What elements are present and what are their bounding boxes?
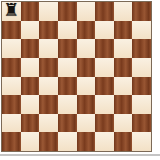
square-a1[interactable]	[2, 132, 21, 151]
square-d2[interactable]	[58, 114, 77, 133]
square-g6[interactable]	[114, 39, 133, 58]
square-a2[interactable]	[2, 114, 21, 133]
square-c4[interactable]	[39, 77, 58, 96]
square-f7[interactable]	[95, 21, 114, 40]
square-b8[interactable]	[21, 2, 40, 21]
square-f3[interactable]	[95, 95, 114, 114]
square-e8[interactable]	[77, 2, 96, 21]
square-h8[interactable]	[132, 2, 151, 21]
square-e5[interactable]	[77, 58, 96, 77]
square-g3[interactable]	[114, 95, 133, 114]
square-f1[interactable]	[95, 132, 114, 151]
square-h2[interactable]	[132, 114, 151, 133]
square-f8[interactable]	[95, 2, 114, 21]
chess-board: ♜	[1, 1, 152, 152]
bottom-divider-line	[0, 154, 160, 156]
square-b6[interactable]	[21, 39, 40, 58]
square-d8[interactable]	[58, 2, 77, 21]
square-h7[interactable]	[132, 21, 151, 40]
square-a3[interactable]	[2, 95, 21, 114]
square-b5[interactable]	[21, 58, 40, 77]
square-d7[interactable]	[58, 21, 77, 40]
square-c6[interactable]	[39, 39, 58, 58]
black-rook[interactable]: ♜	[3, 2, 19, 19]
square-f4[interactable]	[95, 77, 114, 96]
square-h5[interactable]	[132, 58, 151, 77]
square-f2[interactable]	[95, 114, 114, 133]
square-a5[interactable]	[2, 58, 21, 77]
square-h6[interactable]	[132, 39, 151, 58]
square-g5[interactable]	[114, 58, 133, 77]
square-d5[interactable]	[58, 58, 77, 77]
square-d6[interactable]	[58, 39, 77, 58]
square-c1[interactable]	[39, 132, 58, 151]
square-c7[interactable]	[39, 21, 58, 40]
square-b4[interactable]	[21, 77, 40, 96]
square-e1[interactable]	[77, 132, 96, 151]
square-a6[interactable]	[2, 39, 21, 58]
square-g8[interactable]	[114, 2, 133, 21]
square-d3[interactable]	[58, 95, 77, 114]
square-d1[interactable]	[58, 132, 77, 151]
square-a4[interactable]	[2, 77, 21, 96]
square-h1[interactable]	[132, 132, 151, 151]
square-a7[interactable]	[2, 21, 21, 40]
square-g7[interactable]	[114, 21, 133, 40]
square-e3[interactable]	[77, 95, 96, 114]
square-h3[interactable]	[132, 95, 151, 114]
square-h4[interactable]	[132, 77, 151, 96]
square-c5[interactable]	[39, 58, 58, 77]
square-g2[interactable]	[114, 114, 133, 133]
square-c3[interactable]	[39, 95, 58, 114]
square-a8[interactable]: ♜	[2, 2, 21, 21]
square-f6[interactable]	[95, 39, 114, 58]
square-g1[interactable]	[114, 132, 133, 151]
square-b7[interactable]	[21, 21, 40, 40]
square-f5[interactable]	[95, 58, 114, 77]
square-b1[interactable]	[21, 132, 40, 151]
square-d4[interactable]	[58, 77, 77, 96]
square-e6[interactable]	[77, 39, 96, 58]
square-b2[interactable]	[21, 114, 40, 133]
square-g4[interactable]	[114, 77, 133, 96]
square-c2[interactable]	[39, 114, 58, 133]
square-c8[interactable]	[39, 2, 58, 21]
square-b3[interactable]	[21, 95, 40, 114]
screenshot-root: ♜	[0, 0, 160, 160]
square-e4[interactable]	[77, 77, 96, 96]
square-e2[interactable]	[77, 114, 96, 133]
square-e7[interactable]	[77, 21, 96, 40]
